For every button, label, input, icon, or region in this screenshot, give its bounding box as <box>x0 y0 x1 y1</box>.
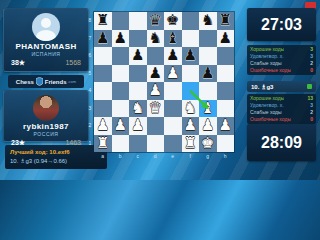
piece-white-p-d4: ♟ <box>149 82 162 100</box>
piece-black-p-f6: ♟ <box>184 47 197 65</box>
square-g7[interactable] <box>199 30 217 48</box>
square-f5[interactable] <box>182 65 200 83</box>
square-a2[interactable]: ♟ <box>94 117 112 135</box>
square-f6[interactable]: ♟ <box>182 47 200 65</box>
stat-label: Ошибочные ходы <box>250 116 291 123</box>
stat-value: 3 <box>310 46 313 53</box>
player-country-top: ИСПАНИЯ <box>4 51 88 58</box>
stat-value: 3 <box>310 102 313 109</box>
piece-black-p-g5: ♟ <box>201 65 214 83</box>
square-c6[interactable]: ♟ <box>129 47 147 65</box>
stat-row: Хорошие ходы13 <box>250 95 313 102</box>
rank-label-5: 5 <box>87 65 93 83</box>
square-d6[interactable] <box>147 47 165 65</box>
rank-labels: 87654321 <box>87 12 93 152</box>
piece-white-p-g2: ♟ <box>201 117 214 135</box>
square-c3[interactable]: ♞ <box>129 100 147 118</box>
rank-label-2: 2 <box>87 117 93 135</box>
stat-value: 13 <box>307 95 313 102</box>
square-d2[interactable] <box>147 117 165 135</box>
square-h3[interactable] <box>217 100 235 118</box>
file-label-b: b <box>112 152 130 160</box>
piece-white-p-e5: ♟ <box>166 65 179 83</box>
piece-black-p-b7: ♟ <box>114 30 127 48</box>
clock-bottom: 28:09 <box>247 124 316 161</box>
square-d5[interactable]: ♟ <box>147 65 165 83</box>
player-rating-top: 1568 <box>65 59 81 66</box>
stat-row: Хорошие ходы3 <box>250 46 313 53</box>
square-e1[interactable] <box>164 135 182 153</box>
square-e8[interactable]: ♚ <box>164 12 182 30</box>
square-a3[interactable] <box>94 100 112 118</box>
square-g4[interactable] <box>199 82 217 100</box>
square-a1[interactable]: ♜ <box>94 135 112 153</box>
square-f7[interactable] <box>182 30 200 48</box>
file-label-d: d <box>147 152 165 160</box>
square-e3[interactable] <box>164 100 182 118</box>
piece-white-q-d3: ♛ <box>149 100 162 118</box>
square-e5[interactable]: ♟ <box>164 65 182 83</box>
stat-label: Удовлетвор. х. <box>250 53 284 60</box>
person-silhouette-icon <box>36 30 56 41</box>
square-f1[interactable]: ♜ <box>182 135 200 153</box>
square-d3[interactable]: ♛ <box>147 100 165 118</box>
stat-label: Хорошие ходы <box>250 46 284 53</box>
square-a8[interactable]: ♜ <box>94 12 112 30</box>
square-c4[interactable] <box>129 82 147 100</box>
square-a4[interactable] <box>94 82 112 100</box>
stat-label: Хорошие ходы <box>250 95 284 102</box>
square-b7[interactable]: ♟ <box>112 30 130 48</box>
square-b5[interactable] <box>112 65 130 83</box>
square-d8[interactable]: ♛ <box>147 12 165 30</box>
square-c2[interactable]: ♟ <box>129 117 147 135</box>
stat-value: 0 <box>310 67 313 74</box>
chessfriends-logo[interactable]: Chess Friends .com <box>8 75 84 88</box>
rank-label-3: 3 <box>87 100 93 118</box>
piece-black-n-d7: ♞ <box>149 30 162 48</box>
stat-row: Удовлетвор. х.3 <box>250 53 313 60</box>
stat-label: Слабые ходы <box>250 109 282 116</box>
move-quality-stats-bottom: Хорошие ходы13Удовлетвор. х.3Слабые ходы… <box>247 94 316 124</box>
square-h1[interactable] <box>217 135 235 153</box>
file-labels: abcdefgh <box>94 152 234 160</box>
square-h7[interactable]: ♟ <box>217 30 235 48</box>
square-g2[interactable]: ♟ <box>199 117 217 135</box>
piece-black-r-a8: ♜ <box>96 12 109 30</box>
chess-board[interactable]: ♜♛♚♞♜♟♟♞♝♟♟♟♟♟♟♟♟♞♛♞♝♟♟♟♟♟♟♜♜♚ <box>94 12 234 152</box>
file-label-e: e <box>164 152 182 160</box>
move-quality-stats-top: Хорошие ходы3Удовлетвор. х.3Слабые ходы2… <box>247 45 316 75</box>
square-a7[interactable]: ♟ <box>94 30 112 48</box>
square-b3[interactable] <box>112 100 130 118</box>
clock-top: 27:03 <box>247 8 316 41</box>
square-c7[interactable] <box>129 30 147 48</box>
file-label-g: g <box>199 152 217 160</box>
square-b1[interactable] <box>112 135 130 153</box>
square-a6[interactable] <box>94 47 112 65</box>
piece-black-r-h8: ♜ <box>219 12 232 30</box>
current-move-row[interactable]: 10. ♗g3 <box>247 81 316 92</box>
piece-white-p-a2: ♟ <box>96 117 109 135</box>
piece-white-p-b2: ♟ <box>114 117 127 135</box>
avatar-bottom[interactable] <box>33 95 59 121</box>
piece-black-p-a7: ♟ <box>96 30 109 48</box>
player-name-bottom[interactable]: rybkin1987 <box>4 122 88 131</box>
move-quality-indicator <box>307 84 312 89</box>
piece-white-p-c2: ♟ <box>131 117 144 135</box>
piece-black-p-c6: ♟ <box>131 47 144 65</box>
piece-black-p-e6: ♟ <box>166 47 179 65</box>
stat-row: Ошибочные ходы0 <box>250 116 313 123</box>
square-e6[interactable]: ♟ <box>164 47 182 65</box>
stat-row: Слабые ходы2 <box>250 60 313 67</box>
stat-value: 2 <box>310 109 313 116</box>
stat-value: 2 <box>310 60 313 67</box>
square-h4[interactable] <box>217 82 235 100</box>
stat-row: Удовлетвор. х.3 <box>250 102 313 109</box>
square-b8[interactable] <box>112 12 130 30</box>
piece-black-q-d8: ♛ <box>149 12 162 30</box>
square-h8[interactable]: ♜ <box>217 12 235 30</box>
current-move-text: 10. ♗g3 <box>251 83 273 90</box>
rank-label-7: 7 <box>87 30 93 48</box>
piece-black-k-e8: ♚ <box>166 12 179 30</box>
logo-text-friends: Friends <box>45 79 67 85</box>
square-g5[interactable]: ♟ <box>199 65 217 83</box>
player-card-top[interactable]: PHANTOMASH ИСПАНИЯ 38★ 1568 <box>3 8 89 72</box>
rank-label-8: 8 <box>87 12 93 30</box>
square-d1[interactable] <box>147 135 165 153</box>
player-stars-top: 38★ <box>11 59 25 67</box>
piece-white-p-f2: ♟ <box>184 117 197 135</box>
rank-label-4: 4 <box>87 82 93 100</box>
square-b2[interactable]: ♟ <box>112 117 130 135</box>
file-label-a: a <box>94 152 112 160</box>
file-label-h: h <box>217 152 235 160</box>
square-e2[interactable] <box>164 117 182 135</box>
square-f4[interactable] <box>182 82 200 100</box>
stat-label: Удовлетвор. х. <box>250 102 284 109</box>
square-a5[interactable] <box>94 65 112 83</box>
square-f2[interactable]: ♟ <box>182 117 200 135</box>
rank-label-1: 1 <box>87 135 93 153</box>
played-move-text: 10. ♗g3 (0.94→0.66) <box>10 157 102 166</box>
stat-label: Слабые ходы <box>250 60 282 67</box>
file-label-c: c <box>129 152 147 160</box>
square-e7[interactable]: ♝ <box>164 30 182 48</box>
square-g1[interactable]: ♚ <box>199 135 217 153</box>
piece-black-n-g8: ♞ <box>201 12 214 30</box>
stat-value: 3 <box>310 53 313 60</box>
avatar-top[interactable] <box>32 13 60 41</box>
square-b6[interactable] <box>112 47 130 65</box>
square-f8[interactable] <box>182 12 200 30</box>
square-h6[interactable] <box>217 47 235 65</box>
piece-white-r-f1: ♜ <box>184 135 197 153</box>
piece-white-n-f3: ♞ <box>184 100 197 118</box>
square-c1[interactable] <box>129 135 147 153</box>
piece-black-b-e7: ♝ <box>166 30 179 48</box>
square-g8[interactable]: ♞ <box>199 12 217 30</box>
rank-label-6: 6 <box>87 47 93 65</box>
square-h2[interactable]: ♟ <box>217 117 235 135</box>
piece-white-r-a1: ♜ <box>96 135 109 153</box>
square-f3[interactable]: ♞ <box>182 100 200 118</box>
piece-white-k-g1: ♚ <box>201 135 214 153</box>
piece-white-p-h2: ♟ <box>219 117 232 135</box>
square-h5[interactable] <box>217 65 235 83</box>
piece-black-p-d5: ♟ <box>149 65 162 83</box>
shield-icon <box>36 77 43 86</box>
logo-text-chess: Chess <box>16 79 34 85</box>
person-silhouette-icon <box>41 18 51 28</box>
stat-row: Ошибочные ходы0 <box>250 67 313 74</box>
square-d7[interactable]: ♞ <box>147 30 165 48</box>
stat-row: Слабые ходы2 <box>250 109 313 116</box>
stat-label: Ошибочные ходы <box>250 67 291 74</box>
square-g6[interactable] <box>199 47 217 65</box>
square-b4[interactable] <box>112 82 130 100</box>
logo-text-com: .com <box>68 79 77 84</box>
square-e4[interactable] <box>164 82 182 100</box>
square-c5[interactable] <box>129 65 147 83</box>
square-d4[interactable]: ♟ <box>147 82 165 100</box>
file-label-f: f <box>182 152 200 160</box>
square-g3[interactable]: ♝ <box>199 100 217 118</box>
piece-white-n-c3: ♞ <box>131 100 144 118</box>
square-c8[interactable] <box>129 12 147 30</box>
stat-value: 0 <box>310 116 313 123</box>
piece-black-p-h7: ♟ <box>219 30 232 48</box>
player-card-bottom[interactable]: rybkin1987 РОССИЯ 23★ 1463 <box>3 90 89 142</box>
piece-white-b-g3: ♝ <box>201 100 214 118</box>
player-name-top[interactable]: PHANTOMASH <box>4 42 88 51</box>
player-country-bottom: РОССИЯ <box>4 131 88 138</box>
